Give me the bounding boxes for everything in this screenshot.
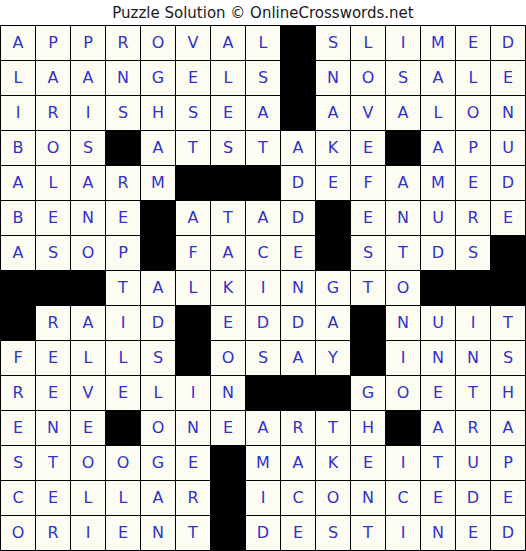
cell-letter: A bbox=[258, 210, 269, 226]
black-cell bbox=[36, 271, 70, 305]
cell-letter: R bbox=[12, 385, 23, 401]
grid-cell: T bbox=[36, 446, 70, 480]
grid-cell: P bbox=[106, 236, 140, 270]
cell-letter: L bbox=[84, 350, 93, 366]
cell-letter: D bbox=[257, 315, 269, 331]
cell-letter: E bbox=[48, 490, 58, 506]
cell-letter: E bbox=[468, 35, 478, 51]
cell-letter: L bbox=[154, 385, 163, 401]
cell-letter: L bbox=[259, 35, 268, 51]
grid-cell: T bbox=[456, 376, 490, 410]
grid-cell: D bbox=[281, 306, 315, 340]
black-cell bbox=[281, 96, 315, 130]
grid-cell: N bbox=[176, 411, 210, 445]
grid-cell: S bbox=[246, 61, 280, 95]
cell-letter: O bbox=[82, 245, 95, 261]
cell-letter: I bbox=[401, 455, 406, 471]
grid-cell: E bbox=[351, 131, 385, 165]
cell-letter: K bbox=[328, 140, 339, 156]
grid-cell: E bbox=[421, 376, 455, 410]
cell-letter: N bbox=[362, 490, 374, 506]
grid-cell: P bbox=[491, 446, 525, 480]
black-cell bbox=[316, 236, 350, 270]
grid-cell: N bbox=[491, 96, 525, 130]
grid-cell: O bbox=[456, 96, 490, 130]
grid-cell: A bbox=[71, 61, 105, 95]
cell-letter: E bbox=[468, 525, 478, 541]
grid-cell: F bbox=[351, 166, 385, 200]
black-cell bbox=[491, 236, 525, 270]
grid-cell: H bbox=[351, 411, 385, 445]
black-cell bbox=[176, 166, 210, 200]
cell-letter: T bbox=[468, 385, 478, 401]
black-cell bbox=[281, 376, 315, 410]
grid-cell: Y bbox=[316, 341, 350, 375]
cell-letter: D bbox=[257, 525, 269, 541]
grid-cell: A bbox=[141, 131, 175, 165]
cell-letter: D bbox=[502, 35, 514, 51]
black-cell bbox=[316, 201, 350, 235]
grid-cell: I bbox=[386, 446, 420, 480]
grid-cell: F bbox=[1, 341, 35, 375]
cell-letter: N bbox=[47, 420, 59, 436]
black-cell bbox=[316, 376, 350, 410]
cell-letter: L bbox=[119, 490, 128, 506]
grid-cell: S bbox=[106, 96, 140, 130]
cell-letter: D bbox=[292, 315, 304, 331]
cell-letter: V bbox=[83, 385, 94, 401]
black-cell bbox=[141, 201, 175, 235]
grid-cell: S bbox=[141, 341, 175, 375]
cell-letter: S bbox=[153, 350, 163, 366]
cell-letter: R bbox=[117, 175, 128, 191]
cell-letter: A bbox=[293, 140, 304, 156]
cell-letter: M bbox=[151, 175, 165, 191]
grid-cell: R bbox=[36, 516, 70, 550]
grid-cell: S bbox=[1, 446, 35, 480]
grid-cell: E bbox=[106, 201, 140, 235]
cell-letter: R bbox=[467, 420, 478, 436]
cell-letter: S bbox=[188, 105, 198, 121]
black-cell bbox=[211, 166, 245, 200]
cell-letter: B bbox=[13, 140, 24, 156]
cell-letter: U bbox=[432, 210, 444, 226]
grid-cell: A bbox=[246, 411, 280, 445]
grid-cell: U bbox=[491, 131, 525, 165]
grid-cell: D bbox=[421, 236, 455, 270]
black-cell bbox=[106, 411, 140, 445]
grid-cell: T bbox=[316, 411, 350, 445]
grid-cell: I bbox=[246, 481, 280, 515]
grid-cell: O bbox=[36, 131, 70, 165]
grid-cell: A bbox=[281, 341, 315, 375]
grid-cell: N bbox=[316, 61, 350, 95]
grid-cell: L bbox=[141, 376, 175, 410]
cell-letter: A bbox=[328, 105, 339, 121]
grid-cell: E bbox=[491, 481, 525, 515]
grid-cell: C bbox=[1, 481, 35, 515]
grid-cell: E bbox=[421, 481, 455, 515]
grid-cell: N bbox=[211, 376, 245, 410]
cell-letter: N bbox=[327, 70, 339, 86]
cell-letter: N bbox=[187, 420, 199, 436]
cell-letter: C bbox=[257, 245, 268, 261]
grid-cell: L bbox=[71, 481, 105, 515]
cell-letter: A bbox=[433, 140, 444, 156]
grid-cell: L bbox=[421, 96, 455, 130]
cell-letter: A bbox=[398, 105, 409, 121]
grid-cell: N bbox=[421, 516, 455, 550]
cell-letter: R bbox=[187, 490, 198, 506]
cell-letter: N bbox=[222, 385, 234, 401]
grid-cell: N bbox=[71, 201, 105, 235]
grid-cell: E bbox=[281, 516, 315, 550]
cell-letter: T bbox=[48, 455, 58, 471]
cell-letter: A bbox=[153, 490, 164, 506]
crossword-grid: APPROVALSLIMEDLAANGELSNOSALEIRISHSEAAVAL… bbox=[0, 25, 526, 551]
grid-cell: A bbox=[386, 166, 420, 200]
cell-letter: E bbox=[83, 420, 93, 436]
cell-letter: I bbox=[401, 525, 406, 541]
cell-letter: D bbox=[467, 490, 479, 506]
grid-cell: E bbox=[211, 96, 245, 130]
grid-cell: I bbox=[386, 516, 420, 550]
grid-cell: S bbox=[211, 131, 245, 165]
cell-letter: O bbox=[362, 70, 375, 86]
grid-cell: U bbox=[421, 201, 455, 235]
cell-letter: N bbox=[82, 210, 94, 226]
grid-cell: O bbox=[351, 61, 385, 95]
cell-letter: S bbox=[328, 35, 338, 51]
grid-cell: I bbox=[106, 306, 140, 340]
cell-letter: L bbox=[434, 105, 443, 121]
cell-letter: L bbox=[119, 350, 128, 366]
grid-cell: E bbox=[491, 61, 525, 95]
grid-cell: M bbox=[141, 166, 175, 200]
cell-letter: I bbox=[86, 105, 91, 121]
grid-cell: N bbox=[386, 306, 420, 340]
cell-letter: N bbox=[117, 70, 129, 86]
cell-letter: O bbox=[397, 385, 410, 401]
grid-cell: E bbox=[1, 411, 35, 445]
grid-cell: A bbox=[1, 26, 35, 60]
grid-cell: T bbox=[491, 306, 525, 340]
grid-cell: R bbox=[456, 201, 490, 235]
grid-cell: A bbox=[246, 96, 280, 130]
black-cell bbox=[421, 271, 455, 305]
grid-cell: D bbox=[246, 516, 280, 550]
grid-cell: S bbox=[456, 236, 490, 270]
grid-cell: I bbox=[386, 341, 420, 375]
cell-letter: A bbox=[258, 105, 269, 121]
cell-letter: A bbox=[503, 420, 514, 436]
grid-cell: L bbox=[36, 166, 70, 200]
cell-letter: I bbox=[261, 490, 266, 506]
grid-cell: T bbox=[211, 201, 245, 235]
grid-cell: S bbox=[176, 96, 210, 130]
puzzle-solution-page: Puzzle Solution © OnlineCrosswords.net A… bbox=[0, 0, 526, 551]
grid-cell: E bbox=[176, 61, 210, 95]
cell-letter: O bbox=[47, 140, 60, 156]
cell-letter: F bbox=[13, 350, 22, 366]
grid-cell: S bbox=[386, 61, 420, 95]
cell-letter: E bbox=[223, 315, 233, 331]
cell-letter: K bbox=[223, 280, 234, 296]
cell-letter: L bbox=[189, 280, 198, 296]
grid-cell: C bbox=[386, 481, 420, 515]
grid-cell: A bbox=[1, 166, 35, 200]
grid-cell: A bbox=[491, 411, 525, 445]
grid-cell: A bbox=[281, 131, 315, 165]
cell-letter: P bbox=[48, 35, 58, 51]
cell-letter: U bbox=[432, 315, 444, 331]
grid-cell: N bbox=[351, 481, 385, 515]
grid-cell: O bbox=[316, 481, 350, 515]
cell-letter: N bbox=[467, 350, 479, 366]
cell-letter: I bbox=[86, 525, 91, 541]
cell-letter: T bbox=[398, 245, 408, 261]
grid-cell: L bbox=[106, 481, 140, 515]
grid-cell: L bbox=[71, 341, 105, 375]
grid-cell: S bbox=[316, 516, 350, 550]
grid-cell: O bbox=[386, 271, 420, 305]
grid-cell: I bbox=[176, 376, 210, 410]
grid-cell: L bbox=[456, 61, 490, 95]
grid-cell: D bbox=[281, 166, 315, 200]
cell-letter: E bbox=[188, 455, 198, 471]
cell-letter: P bbox=[118, 245, 128, 261]
grid-cell: R bbox=[36, 96, 70, 130]
grid-cell: A bbox=[316, 306, 350, 340]
grid-cell: L bbox=[1, 61, 35, 95]
cell-letter: F bbox=[188, 245, 197, 261]
cell-letter: P bbox=[468, 140, 478, 156]
grid-cell: G bbox=[351, 376, 385, 410]
grid-cell: F bbox=[176, 236, 210, 270]
grid-cell: E bbox=[351, 446, 385, 480]
cell-letter: S bbox=[328, 525, 338, 541]
cell-letter: S bbox=[13, 455, 23, 471]
grid-cell: R bbox=[176, 481, 210, 515]
cell-letter: O bbox=[82, 455, 95, 471]
cell-letter: A bbox=[153, 140, 164, 156]
grid-cell: L bbox=[106, 341, 140, 375]
grid-cell: O bbox=[386, 376, 420, 410]
grid-cell: A bbox=[71, 306, 105, 340]
grid-cell: N bbox=[421, 341, 455, 375]
cell-letter: S bbox=[258, 70, 268, 86]
grid-cell: R bbox=[456, 411, 490, 445]
grid-cell: T bbox=[351, 271, 385, 305]
page-title: Puzzle Solution © OnlineCrosswords.net bbox=[112, 4, 413, 22]
grid-cell: S bbox=[246, 341, 280, 375]
grid-cell: L bbox=[211, 61, 245, 95]
cell-letter: R bbox=[47, 105, 58, 121]
cell-letter: A bbox=[188, 210, 199, 226]
cell-letter: S bbox=[83, 140, 93, 156]
black-cell bbox=[211, 446, 245, 480]
cell-letter: R bbox=[47, 525, 58, 541]
grid-cell: G bbox=[141, 446, 175, 480]
cell-letter: E bbox=[363, 455, 373, 471]
grid-cell: D bbox=[281, 201, 315, 235]
grid-cell: N bbox=[456, 341, 490, 375]
cell-letter: B bbox=[13, 210, 24, 226]
grid-cell: E bbox=[316, 166, 350, 200]
cell-letter: C bbox=[292, 490, 303, 506]
cell-letter: K bbox=[328, 455, 339, 471]
cell-letter: A bbox=[153, 280, 164, 296]
grid-cell: P bbox=[36, 26, 70, 60]
cell-letter: A bbox=[433, 70, 444, 86]
black-cell bbox=[491, 271, 525, 305]
cell-letter: S bbox=[258, 350, 268, 366]
grid-cell: L bbox=[351, 26, 385, 60]
cell-letter: F bbox=[363, 175, 372, 191]
cell-letter: E bbox=[433, 385, 443, 401]
grid-cell: A bbox=[36, 61, 70, 95]
black-cell bbox=[281, 26, 315, 60]
black-cell bbox=[71, 271, 105, 305]
cell-letter: C bbox=[397, 490, 408, 506]
cell-letter: E bbox=[188, 70, 198, 86]
grid-cell: P bbox=[456, 131, 490, 165]
cell-letter: L bbox=[224, 70, 233, 86]
cell-letter: D bbox=[432, 245, 444, 261]
cell-letter: L bbox=[49, 175, 58, 191]
grid-cell: R bbox=[1, 376, 35, 410]
grid-cell: I bbox=[71, 516, 105, 550]
cell-letter: L bbox=[84, 490, 93, 506]
cell-letter: T bbox=[223, 210, 233, 226]
cell-letter: L bbox=[469, 70, 478, 86]
cell-letter: S bbox=[398, 70, 408, 86]
grid-cell: H bbox=[141, 96, 175, 130]
cell-letter: D bbox=[292, 210, 304, 226]
grid-cell: V bbox=[71, 376, 105, 410]
cell-letter: T bbox=[328, 420, 338, 436]
grid-cell: D bbox=[456, 481, 490, 515]
cell-letter: A bbox=[223, 245, 234, 261]
cell-letter: O bbox=[152, 35, 165, 51]
grid-cell: O bbox=[141, 411, 175, 445]
cell-letter: N bbox=[397, 315, 409, 331]
cell-letter: I bbox=[121, 315, 126, 331]
grid-cell: E bbox=[351, 201, 385, 235]
cell-letter: I bbox=[261, 280, 266, 296]
cell-letter: G bbox=[152, 455, 164, 471]
cell-letter: S bbox=[118, 105, 128, 121]
grid-cell: E bbox=[71, 411, 105, 445]
cell-letter: E bbox=[118, 210, 128, 226]
grid-cell: O bbox=[71, 446, 105, 480]
grid-cell: A bbox=[176, 201, 210, 235]
grid-cell: E bbox=[36, 481, 70, 515]
grid-cell: E bbox=[36, 341, 70, 375]
cell-letter: S bbox=[468, 245, 478, 261]
cell-letter: E bbox=[363, 210, 373, 226]
grid-cell: E bbox=[36, 201, 70, 235]
grid-cell: T bbox=[386, 236, 420, 270]
cell-letter: E bbox=[503, 490, 513, 506]
grid-cell: N bbox=[386, 201, 420, 235]
cell-letter: I bbox=[191, 385, 196, 401]
grid-cell: R bbox=[281, 411, 315, 445]
grid-cell: I bbox=[1, 96, 35, 130]
cell-letter: A bbox=[13, 175, 24, 191]
grid-cell: E bbox=[281, 236, 315, 270]
cell-letter: O bbox=[222, 350, 235, 366]
grid-cell: T bbox=[176, 131, 210, 165]
black-cell bbox=[246, 166, 280, 200]
grid-cell: V bbox=[351, 96, 385, 130]
cell-letter: I bbox=[401, 350, 406, 366]
cell-letter: E bbox=[13, 420, 23, 436]
grid-cell: H bbox=[491, 376, 525, 410]
grid-cell: T bbox=[176, 516, 210, 550]
cell-letter: A bbox=[293, 350, 304, 366]
cell-letter: E bbox=[293, 525, 303, 541]
grid-cell: A bbox=[211, 26, 245, 60]
black-cell bbox=[141, 236, 175, 270]
grid-cell: L bbox=[246, 26, 280, 60]
black-cell bbox=[1, 306, 35, 340]
cell-letter: D bbox=[292, 175, 304, 191]
cell-letter: T bbox=[118, 280, 128, 296]
black-cell bbox=[176, 341, 210, 375]
grid-cell: L bbox=[176, 271, 210, 305]
grid-cell: N bbox=[106, 61, 140, 95]
cell-letter: E bbox=[503, 70, 513, 86]
cell-letter: D bbox=[152, 315, 164, 331]
cell-letter: P bbox=[503, 455, 513, 471]
cell-letter: G bbox=[152, 70, 164, 86]
grid-cell: G bbox=[141, 61, 175, 95]
cell-letter: I bbox=[471, 315, 476, 331]
cell-letter: E bbox=[223, 420, 233, 436]
cell-letter: U bbox=[502, 140, 514, 156]
grid-cell: O bbox=[106, 446, 140, 480]
cell-letter: A bbox=[328, 315, 339, 331]
grid-cell: I bbox=[456, 306, 490, 340]
grid-cell: D bbox=[491, 166, 525, 200]
cell-letter: O bbox=[397, 280, 410, 296]
cell-letter: V bbox=[363, 105, 374, 121]
cell-letter: N bbox=[432, 525, 444, 541]
grid-cell: E bbox=[456, 166, 490, 200]
cell-letter: L bbox=[364, 35, 373, 51]
grid-cell: R bbox=[106, 26, 140, 60]
grid-cell: R bbox=[106, 166, 140, 200]
grid-cell: A bbox=[421, 411, 455, 445]
grid-cell: A bbox=[421, 61, 455, 95]
black-cell bbox=[246, 376, 280, 410]
grid-cell: E bbox=[106, 516, 140, 550]
cell-letter: E bbox=[433, 490, 443, 506]
black-cell bbox=[281, 61, 315, 95]
cell-letter: T bbox=[258, 140, 268, 156]
cell-letter: S bbox=[223, 140, 233, 156]
cell-letter: R bbox=[292, 420, 303, 436]
cell-letter: H bbox=[152, 105, 164, 121]
black-cell bbox=[351, 341, 385, 375]
grid-cell: U bbox=[421, 306, 455, 340]
cell-letter: R bbox=[47, 315, 58, 331]
cell-letter: P bbox=[83, 35, 93, 51]
black-cell bbox=[106, 131, 140, 165]
cell-letter: O bbox=[152, 420, 165, 436]
cell-letter: O bbox=[327, 490, 340, 506]
